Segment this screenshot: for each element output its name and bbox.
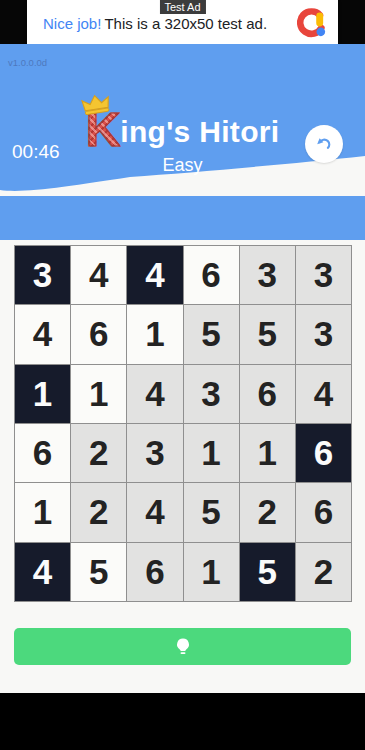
grid-cell-r5c2[interactable]: 2 [71,483,126,541]
grid-cell-r5c4[interactable]: 5 [184,483,239,541]
grid-cell-r6c5[interactable]: 5 [240,543,295,601]
app-screen: Test Ad Nice job! This is a 320x50 test … [0,0,365,750]
grid-cell-r2c6[interactable]: 3 [296,305,351,363]
version-label: v1.0.0.0d [8,57,47,68]
undo-button[interactable] [305,125,343,163]
hint-button[interactable] [14,628,351,665]
grid-cell-r1c2[interactable]: 4 [71,246,126,304]
grid-cell-r1c4[interactable]: 6 [184,246,239,304]
bottom-nav-bar[interactable] [0,693,365,750]
grid-cell-r5c6[interactable]: 6 [296,483,351,541]
grid-cell-r1c6[interactable]: 3 [296,246,351,304]
ad-body-text[interactable]: This is a 320x50 test ad. [104,15,267,32]
grid-cell-r6c1[interactable]: 4 [15,543,70,601]
difficulty-label: Easy [0,155,365,176]
grid-cell-r2c5[interactable]: 5 [240,305,295,363]
grid-cell-r4c3[interactable]: 3 [127,424,182,482]
grid-cell-r4c2[interactable]: 2 [71,424,126,482]
grid-cell-r5c1[interactable]: 1 [15,483,70,541]
lightbulb-icon [172,636,194,658]
status-ad-bar: Test Ad Nice job! This is a 320x50 test … [0,0,365,44]
grid-cell-r3c6[interactable]: 4 [296,365,351,423]
grid-cell-r4c4[interactable]: 1 [184,424,239,482]
grid-cell-r6c4[interactable]: 1 [184,543,239,601]
ad-banner[interactable]: Test Ad Nice job! This is a 320x50 test … [27,0,338,44]
grid-cell-r1c5[interactable]: 3 [240,246,295,304]
grid-cell-r6c3[interactable]: 6 [127,543,182,601]
grid-cell-r2c2[interactable]: 6 [71,305,126,363]
grid-cell-r6c6[interactable]: 2 [296,543,351,601]
grid-cell-r2c3[interactable]: 1 [127,305,182,363]
admob-icon [297,8,327,38]
grid-cell-r2c1[interactable]: 4 [15,305,70,363]
grid-cell-r1c1[interactable]: 3 [15,246,70,304]
undo-arrow-icon [313,133,335,155]
grid-cell-r2c4[interactable]: 5 [184,305,239,363]
grid-cell-r1c3[interactable]: 4 [127,246,182,304]
grid-cell-r6c2[interactable]: 5 [71,543,126,601]
grid-cell-r3c4[interactable]: 3 [184,365,239,423]
grid-cell-r4c5[interactable]: 1 [240,424,295,482]
grid-cell-r3c1[interactable]: 1 [15,365,70,423]
grid-cell-r3c2[interactable]: 1 [71,365,126,423]
ad-headline[interactable]: Nice job! [43,15,101,32]
grid-cell-r3c3[interactable]: 4 [127,365,182,423]
hitori-grid: 344633461553114364623116124526456152 [14,245,352,602]
test-ad-badge: Test Ad [159,0,205,14]
app-body: v1.0.0.0d 00:46 K ing's Hitori Easy 3446… [0,44,365,693]
grid-cell-r5c3[interactable]: 4 [127,483,182,541]
grid-cell-r3c5[interactable]: 6 [240,365,295,423]
grid-cell-r4c1[interactable]: 6 [15,424,70,482]
grid-cell-r5c5[interactable]: 2 [240,483,295,541]
grid-cell-r4c6[interactable]: 6 [296,424,351,482]
